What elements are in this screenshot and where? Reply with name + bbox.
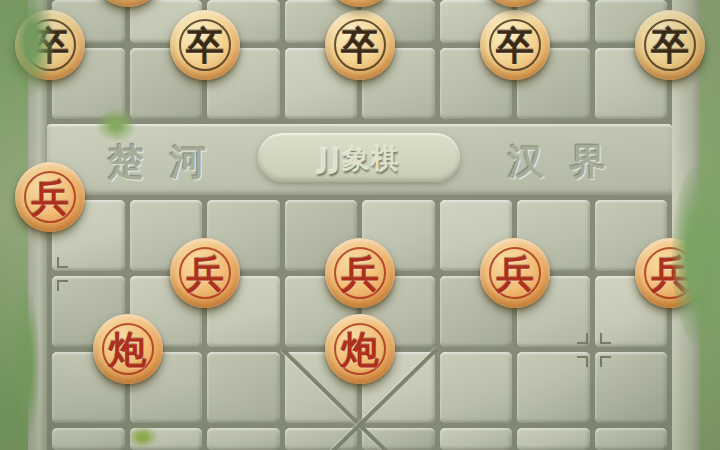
point-marker — [600, 356, 611, 367]
piece-glyph: 卒 — [170, 10, 240, 80]
piece-red-soldier[interactable]: 兵 — [170, 238, 240, 308]
board-tile — [517, 428, 590, 450]
piece-glyph: 卒 — [480, 10, 550, 80]
piece-glyph: 卒 — [325, 10, 395, 80]
piece-glyph: 卒 — [15, 10, 85, 80]
piece-black-soldier[interactable]: 卒 — [15, 10, 85, 80]
piece-black-soldier[interactable]: 卒 — [325, 10, 395, 80]
piece-black-soldier[interactable]: 卒 — [170, 10, 240, 80]
board-tile — [52, 428, 125, 450]
piece-red-cannon[interactable]: 炮 — [93, 314, 163, 384]
point-marker — [577, 356, 588, 367]
river-label-chu-he: 楚河 — [105, 124, 235, 195]
board-tile — [207, 428, 280, 450]
piece-glyph: 炮 — [93, 314, 163, 384]
piece-black-soldier[interactable]: 卒 — [635, 10, 705, 80]
board-tile — [440, 428, 513, 450]
piece-red-soldier[interactable]: 兵 — [635, 238, 705, 308]
piece-glyph: 兵 — [325, 238, 395, 308]
xiangqi-board-screenshot: 楚河 汉界 JJ象棋 卒卒卒卒卒兵兵兵兵兵炮炮 — [0, 0, 720, 450]
point-marker — [577, 333, 588, 344]
piece-glyph: 兵 — [635, 238, 705, 308]
piece-red-soldier[interactable]: 兵 — [480, 238, 550, 308]
river-label-han-jie: 汉界 — [505, 124, 635, 195]
piece-glyph: 兵 — [480, 238, 550, 308]
river-band: 楚河 汉界 JJ象棋 — [47, 124, 672, 195]
point-marker — [57, 280, 68, 291]
point-marker — [57, 257, 68, 268]
board-tile — [595, 428, 668, 450]
point-marker — [600, 333, 611, 344]
piece-glyph: 兵 — [15, 162, 85, 232]
piece-glyph: 兵 — [170, 238, 240, 308]
piece-red-cannon[interactable]: 炮 — [325, 314, 395, 384]
piece-black-soldier[interactable]: 卒 — [480, 10, 550, 80]
piece-red-soldier[interactable]: 兵 — [15, 162, 85, 232]
jj-xiangqi-logo: JJ象棋 — [258, 133, 460, 182]
board-tile — [130, 428, 203, 450]
board-tile — [207, 352, 280, 423]
piece-glyph: 卒 — [635, 10, 705, 80]
board-tile — [440, 352, 513, 423]
piece-red-soldier[interactable]: 兵 — [325, 238, 395, 308]
piece-glyph: 炮 — [325, 314, 395, 384]
